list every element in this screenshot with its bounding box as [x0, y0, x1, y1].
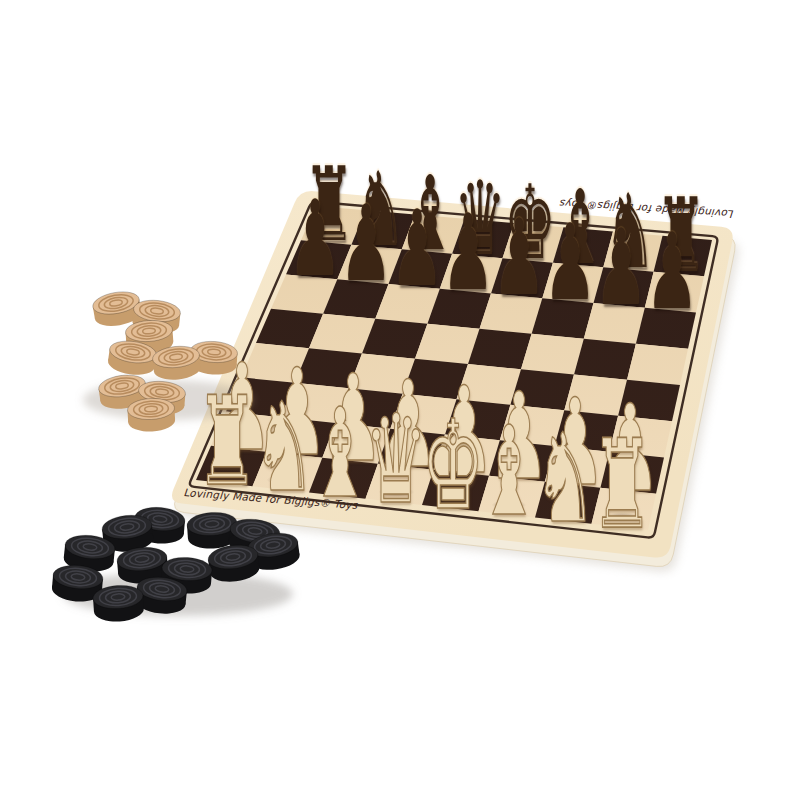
chess-piece-white-king-e1: ♚ — [421, 404, 484, 527]
chess-piece-black-pawn-d7: ♟ — [441, 201, 495, 306]
chess-piece-white-bishop-f1: ♝ — [478, 411, 541, 534]
chess-piece-black-pawn-e7: ♟ — [492, 206, 546, 311]
chess-piece-white-knight-b1: ♞ — [252, 386, 315, 509]
chess-piece-black-pawn-b7: ♟ — [339, 192, 393, 297]
chess-piece-white-rook-h1: ♜ — [590, 423, 653, 546]
chess-piece-white-rook-a1: ♜ — [196, 380, 259, 503]
chess-piece-black-pawn-c7: ♟ — [390, 197, 444, 302]
product-photo-stage: Lovingly Made for Bigjigs® Toys Lovingly… — [0, 0, 800, 800]
chess-piece-black-pawn-h7: ♟ — [645, 220, 699, 325]
chess-piece-black-pawn-f7: ♟ — [543, 211, 597, 316]
chess-piece-black-pawn-a7: ♟ — [288, 187, 342, 292]
chess-piece-white-knight-g1: ♞ — [534, 417, 597, 540]
chess-piece-white-queen-d1: ♛ — [365, 398, 428, 521]
chess-piece-black-pawn-g7: ♟ — [594, 215, 648, 320]
chess-pieces-layer: ♜♞♝♛♚♝♞♜♟♟♟♟♟♟♟♟♟♟♟♟♟♟♟♟♜♞♝♛♚♝♞♜ — [0, 0, 800, 800]
chess-piece-white-bishop-c1: ♝ — [309, 392, 372, 515]
